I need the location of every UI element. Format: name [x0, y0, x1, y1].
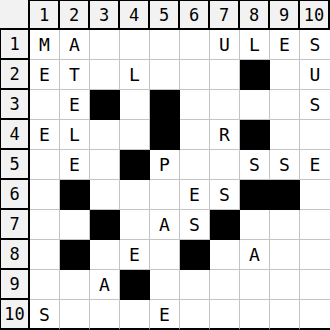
letter-cell-r9c3[interactable]: A — [90, 270, 120, 300]
empty-cell-r10c2[interactable] — [60, 300, 90, 330]
empty-cell-r1c4[interactable] — [120, 30, 150, 60]
row-header-4: 4 — [0, 120, 30, 150]
empty-cell-r4c3[interactable] — [90, 120, 120, 150]
letter-cell-r5c2[interactable]: E — [60, 150, 90, 180]
letter-cell-r1c9[interactable]: E — [270, 30, 300, 60]
empty-cell-r5c3[interactable] — [90, 150, 120, 180]
empty-cell-r4c4[interactable] — [120, 120, 150, 150]
empty-cell-r2c6[interactable] — [180, 60, 210, 90]
letter-cell-r5c10[interactable]: E — [300, 150, 330, 180]
empty-cell-r3c9[interactable] — [270, 90, 300, 120]
empty-cell-r10c7[interactable] — [210, 300, 240, 330]
empty-cell-r2c9[interactable] — [270, 60, 300, 90]
row-header-2: 2 — [0, 60, 30, 90]
empty-cell-r1c6[interactable] — [180, 30, 210, 60]
empty-cell-r5c6[interactable] — [180, 150, 210, 180]
row-header-3: 3 — [0, 90, 30, 120]
empty-cell-r10c3[interactable] — [90, 300, 120, 330]
empty-cell-r6c10[interactable] — [300, 180, 330, 210]
block-cell-r6c9 — [270, 180, 300, 210]
empty-cell-r10c9[interactable] — [270, 300, 300, 330]
empty-cell-r5c7[interactable] — [210, 150, 240, 180]
block-cell-r7c7 — [210, 210, 240, 240]
letter-cell-r3c10[interactable]: S — [300, 90, 330, 120]
empty-cell-r9c6[interactable] — [180, 270, 210, 300]
empty-cell-r8c1[interactable] — [30, 240, 60, 270]
col-header-2: 2 — [60, 0, 90, 30]
empty-cell-r9c2[interactable] — [60, 270, 90, 300]
empty-cell-r6c4[interactable] — [120, 180, 150, 210]
letter-cell-r3c2[interactable]: E — [60, 90, 90, 120]
letter-cell-r1c10[interactable]: S — [300, 30, 330, 60]
letter-cell-r2c4[interactable]: L — [120, 60, 150, 90]
empty-cell-r8c5[interactable] — [150, 240, 180, 270]
empty-cell-r6c1[interactable] — [30, 180, 60, 210]
empty-cell-r3c6[interactable] — [180, 90, 210, 120]
empty-cell-r1c5[interactable] — [150, 30, 180, 60]
letter-cell-r2c2[interactable]: T — [60, 60, 90, 90]
col-header-5: 5 — [150, 0, 180, 30]
block-cell-r3c5 — [150, 90, 180, 120]
empty-cell-r2c5[interactable] — [150, 60, 180, 90]
letter-cell-r2c1[interactable]: E — [30, 60, 60, 90]
col-header-4: 4 — [120, 0, 150, 30]
empty-cell-r10c10[interactable] — [300, 300, 330, 330]
letter-cell-r8c8[interactable]: A — [240, 240, 270, 270]
letter-cell-r5c8[interactable]: S — [240, 150, 270, 180]
empty-cell-r7c2[interactable] — [60, 210, 90, 240]
letter-cell-r1c2[interactable]: A — [60, 30, 90, 60]
letter-cell-r7c5[interactable]: A — [150, 210, 180, 240]
empty-cell-r5c1[interactable] — [30, 150, 60, 180]
letter-cell-r1c1[interactable]: M — [30, 30, 60, 60]
col-header-6: 6 — [180, 0, 210, 30]
block-cell-r3c3 — [90, 90, 120, 120]
empty-cell-r9c9[interactable] — [270, 270, 300, 300]
empty-cell-r4c6[interactable] — [180, 120, 210, 150]
empty-cell-r8c10[interactable] — [300, 240, 330, 270]
row-header-1: 1 — [0, 30, 30, 60]
crossword-board: 123456789101MAULES2ETLU3ES4ELR5EPSSE6ES7… — [0, 0, 330, 330]
empty-cell-r9c8[interactable] — [240, 270, 270, 300]
block-cell-r4c8 — [240, 120, 270, 150]
col-header-3: 3 — [90, 0, 120, 30]
col-header-9: 9 — [270, 0, 300, 30]
letter-cell-r5c9[interactable]: S — [270, 150, 300, 180]
block-cell-r2c8 — [240, 60, 270, 90]
block-cell-r8c6 — [180, 240, 210, 270]
block-cell-r6c2 — [60, 180, 90, 210]
block-cell-r8c2 — [60, 240, 90, 270]
block-cell-r6c8 — [240, 180, 270, 210]
letter-cell-r8c4[interactable]: E — [120, 240, 150, 270]
row-header-5: 5 — [0, 150, 30, 180]
empty-cell-r8c9[interactable] — [270, 240, 300, 270]
letter-cell-r6c6[interactable]: E — [180, 180, 210, 210]
letter-cell-r4c1[interactable]: E — [30, 120, 60, 150]
empty-cell-r8c3[interactable] — [90, 240, 120, 270]
col-header-7: 7 — [210, 0, 240, 30]
row-header-9: 9 — [0, 270, 30, 300]
letter-cell-r5c5[interactable]: P — [150, 150, 180, 180]
empty-cell-r10c4[interactable] — [120, 300, 150, 330]
letter-cell-r2c10[interactable]: U — [300, 60, 330, 90]
letter-cell-r1c8[interactable]: L — [240, 30, 270, 60]
empty-cell-r1c3[interactable] — [90, 30, 120, 60]
empty-cell-r9c1[interactable] — [30, 270, 60, 300]
block-cell-r9c4 — [120, 270, 150, 300]
letter-cell-r4c7[interactable]: R — [210, 120, 240, 150]
row-header-7: 7 — [0, 210, 30, 240]
corner-cell — [0, 0, 30, 30]
empty-cell-r6c5[interactable] — [150, 180, 180, 210]
empty-cell-r4c10[interactable] — [300, 120, 330, 150]
letter-cell-r10c5[interactable]: E — [150, 300, 180, 330]
col-header-10: 10 — [300, 0, 330, 30]
empty-cell-r2c3[interactable] — [90, 60, 120, 90]
letter-cell-r10c1[interactable]: S — [30, 300, 60, 330]
row-header-6: 6 — [0, 180, 30, 210]
empty-cell-r10c8[interactable] — [240, 300, 270, 330]
empty-cell-r9c7[interactable] — [210, 270, 240, 300]
block-cell-r7c3 — [90, 210, 120, 240]
empty-cell-r7c4[interactable] — [120, 210, 150, 240]
letter-cell-r6c7[interactable]: S — [210, 180, 240, 210]
letter-cell-r1c7[interactable]: U — [210, 30, 240, 60]
block-cell-r5c4 — [120, 150, 150, 180]
empty-cell-r9c5[interactable] — [150, 270, 180, 300]
empty-cell-r6c3[interactable] — [90, 180, 120, 210]
row-header-10: 10 — [0, 300, 30, 330]
letter-cell-r4c2[interactable]: L — [60, 120, 90, 150]
empty-cell-r3c1[interactable] — [30, 90, 60, 120]
empty-cell-r3c4[interactable] — [120, 90, 150, 120]
empty-cell-r4c9[interactable] — [270, 120, 300, 150]
empty-cell-r2c7[interactable] — [210, 60, 240, 90]
letter-cell-r7c6[interactable]: S — [180, 210, 210, 240]
empty-cell-r9c10[interactable] — [300, 270, 330, 300]
empty-cell-r7c1[interactable] — [30, 210, 60, 240]
empty-cell-r3c8[interactable] — [240, 90, 270, 120]
empty-cell-r10c6[interactable] — [180, 300, 210, 330]
empty-cell-r7c9[interactable] — [270, 210, 300, 240]
empty-cell-r8c7[interactable] — [210, 240, 240, 270]
col-header-8: 8 — [240, 0, 270, 30]
row-header-8: 8 — [0, 240, 30, 270]
block-cell-r4c5 — [150, 120, 180, 150]
empty-cell-r3c7[interactable] — [210, 90, 240, 120]
empty-cell-r7c8[interactable] — [240, 210, 270, 240]
col-header-1: 1 — [30, 0, 60, 30]
empty-cell-r7c10[interactable] — [300, 210, 330, 240]
